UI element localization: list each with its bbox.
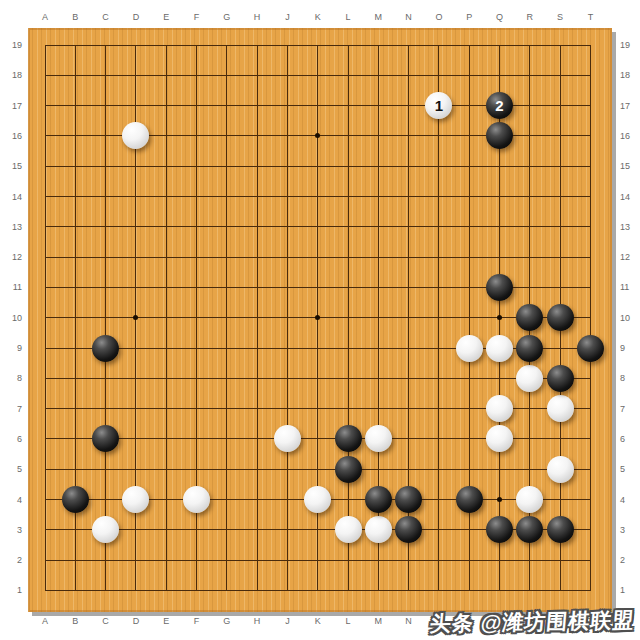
coord-label-bottom: E — [156, 616, 176, 626]
coord-label-top: D — [126, 12, 146, 22]
coord-label-top: L — [338, 12, 358, 22]
coord-label-right: 5 — [620, 464, 640, 474]
coord-label-top: H — [247, 12, 267, 22]
coord-label-top: C — [96, 12, 116, 22]
stone-black-C6 — [92, 425, 119, 452]
star-point — [497, 497, 502, 502]
coord-label-right: 18 — [620, 70, 640, 80]
stone-black-Q17: 2 — [486, 92, 513, 119]
stone-white-P9 — [456, 335, 483, 362]
coord-label-top: R — [520, 12, 540, 22]
coord-label-right: 3 — [620, 525, 640, 535]
stone-white-D4 — [122, 486, 149, 513]
coord-label-bottom: M — [368, 616, 388, 626]
coord-label-left: 12 — [2, 252, 22, 262]
coord-label-right: 4 — [620, 495, 640, 505]
stone-white-M3 — [365, 516, 392, 543]
coord-label-top: Q — [490, 12, 510, 22]
stone-black-T9 — [577, 335, 604, 362]
coord-label-right: 1 — [620, 585, 640, 595]
stone-black-P4 — [456, 486, 483, 513]
coord-label-top: N — [399, 12, 419, 22]
coord-label-top: K — [308, 12, 328, 22]
coord-label-left: 10 — [2, 313, 22, 323]
coord-label-right: 12 — [620, 252, 640, 262]
coord-label-left: 9 — [2, 343, 22, 353]
grid-line — [590, 45, 591, 591]
coord-label-left: 13 — [2, 222, 22, 232]
coord-label-top: P — [459, 12, 479, 22]
stone-white-M6 — [365, 425, 392, 452]
coord-label-left: 17 — [2, 101, 22, 111]
grid-line — [45, 590, 591, 591]
coord-label-bottom: K — [308, 616, 328, 626]
coord-label-right: 2 — [620, 555, 640, 565]
stone-white-Q9 — [486, 335, 513, 362]
stone-black-S8 — [547, 365, 574, 392]
coord-label-top: T — [580, 12, 600, 22]
star-point — [315, 133, 320, 138]
stone-black-L6 — [335, 425, 362, 452]
coord-label-left: 18 — [2, 70, 22, 80]
coord-label-bottom: L — [338, 616, 358, 626]
stone-white-D16 — [122, 122, 149, 149]
stone-black-S10 — [547, 304, 574, 331]
stone-black-Q11 — [486, 274, 513, 301]
star-point — [133, 315, 138, 320]
stone-black-B4 — [62, 486, 89, 513]
coord-label-bottom: B — [65, 616, 85, 626]
stone-white-L3 — [335, 516, 362, 543]
coord-label-left: 6 — [2, 434, 22, 444]
watermark: 头条 @潍坊围棋联盟 — [428, 606, 635, 638]
stone-black-R10 — [516, 304, 543, 331]
coord-label-bottom: H — [247, 616, 267, 626]
coord-label-left: 8 — [2, 373, 22, 383]
coord-label-right: 11 — [620, 282, 640, 292]
stone-black-L5 — [335, 456, 362, 483]
move-number-label: 2 — [495, 98, 503, 113]
grid-line — [348, 45, 349, 591]
coord-label-left: 2 — [2, 555, 22, 565]
coord-label-bottom: C — [96, 616, 116, 626]
stone-white-R4 — [516, 486, 543, 513]
stone-black-R3 — [516, 516, 543, 543]
coord-label-bottom: J — [277, 616, 297, 626]
stone-white-S7 — [547, 395, 574, 422]
coord-label-left: 1 — [2, 585, 22, 595]
grid-line — [45, 560, 591, 561]
stone-white-C3 — [92, 516, 119, 543]
coord-label-top: A — [35, 12, 55, 22]
stone-white-Q6 — [486, 425, 513, 452]
coord-label-right: 10 — [620, 313, 640, 323]
coord-label-top: G — [217, 12, 237, 22]
coord-label-right: 15 — [620, 161, 640, 171]
star-point — [497, 315, 502, 320]
stone-black-M4 — [365, 486, 392, 513]
coord-label-right: 6 — [620, 434, 640, 444]
stone-white-S5 — [547, 456, 574, 483]
coord-label-bottom: N — [399, 616, 419, 626]
stone-black-N3 — [395, 516, 422, 543]
stone-black-Q16 — [486, 122, 513, 149]
coord-label-bottom: G — [217, 616, 237, 626]
coord-label-left: 15 — [2, 161, 22, 171]
coord-label-right: 17 — [620, 101, 640, 111]
coord-label-left: 3 — [2, 525, 22, 535]
coord-label-left: 19 — [2, 40, 22, 50]
coord-label-left: 5 — [2, 464, 22, 474]
coord-label-top: J — [277, 12, 297, 22]
stone-black-C9 — [92, 335, 119, 362]
coord-label-left: 11 — [2, 282, 22, 292]
coord-label-bottom: F — [187, 616, 207, 626]
coord-label-top: O — [429, 12, 449, 22]
coord-label-bottom: A — [35, 616, 55, 626]
coord-label-top: E — [156, 12, 176, 22]
coord-label-left: 4 — [2, 495, 22, 505]
coord-label-right: 7 — [620, 404, 640, 414]
page: 12 AA1919BB1818CC1717DD1616EE1515FF1414G… — [0, 0, 640, 640]
coord-label-left: 14 — [2, 192, 22, 202]
coord-label-top: F — [187, 12, 207, 22]
stone-black-Q3 — [486, 516, 513, 543]
coord-label-top: S — [550, 12, 570, 22]
star-point — [315, 315, 320, 320]
coord-label-right: 14 — [620, 192, 640, 202]
move-number-label: 1 — [435, 98, 443, 113]
stone-white-J6 — [274, 425, 301, 452]
coord-label-right: 13 — [620, 222, 640, 232]
coord-label-top: M — [368, 12, 388, 22]
coord-label-right: 19 — [620, 40, 640, 50]
coord-label-right: 8 — [620, 373, 640, 383]
stone-white-F4 — [183, 486, 210, 513]
grid-line — [45, 378, 591, 379]
coord-label-left: 16 — [2, 131, 22, 141]
stone-white-R8 — [516, 365, 543, 392]
coord-label-right: 16 — [620, 131, 640, 141]
stone-black-S3 — [547, 516, 574, 543]
stone-black-N4 — [395, 486, 422, 513]
coord-label-right: 9 — [620, 343, 640, 353]
stone-white-Q7 — [486, 395, 513, 422]
stone-black-R9 — [516, 335, 543, 362]
coord-label-top: B — [65, 12, 85, 22]
go-board: 12 — [28, 28, 612, 612]
stone-white-K4 — [304, 486, 331, 513]
grid-line — [45, 469, 591, 470]
stone-white-O17: 1 — [425, 92, 452, 119]
grid-line — [438, 45, 439, 591]
coord-label-bottom: D — [126, 616, 146, 626]
coord-label-left: 7 — [2, 404, 22, 414]
